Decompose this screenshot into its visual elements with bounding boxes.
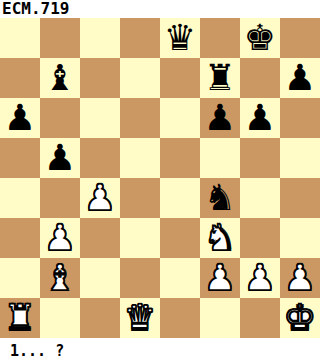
piece-white-rook[interactable]: ♜ [4,298,36,338]
piece-white-bishop[interactable]: ♝ [44,258,76,298]
square-g7[interactable] [240,58,280,98]
piece-white-pawn[interactable]: ♟ [244,258,276,298]
square-h3[interactable] [280,218,320,258]
square-e1[interactable] [160,298,200,338]
square-c1[interactable] [80,298,120,338]
square-h8[interactable] [280,18,320,58]
square-f3[interactable]: ♞ [200,218,240,258]
square-c8[interactable] [80,18,120,58]
piece-white-pawn[interactable]: ♟ [44,218,76,258]
square-b2[interactable]: ♝ [40,258,80,298]
square-a3[interactable] [0,218,40,258]
square-a2[interactable] [0,258,40,298]
piece-black-pawn[interactable]: ♟ [244,98,276,138]
piece-white-pawn[interactable]: ♟ [284,258,316,298]
square-b5[interactable]: ♟ [40,138,80,178]
square-f1[interactable] [200,298,240,338]
square-e2[interactable] [160,258,200,298]
piece-black-king[interactable]: ♚ [244,18,276,58]
square-d7[interactable] [120,58,160,98]
chess-board[interactable]: ♛♚♝♜♟♟♟♟♟♟♞♟♞♝♟♟♟♜♛♚ [0,18,320,338]
square-b8[interactable] [40,18,80,58]
move-prompt: 1... ? [0,338,320,360]
square-d8[interactable] [120,18,160,58]
square-a6[interactable]: ♟ [0,98,40,138]
square-e5[interactable] [160,138,200,178]
square-g3[interactable] [240,218,280,258]
square-b7[interactable]: ♝ [40,58,80,98]
square-g1[interactable] [240,298,280,338]
piece-black-queen[interactable]: ♛ [164,18,196,58]
chess-app-window: ECM.719 ♛♚♝♜♟♟♟♟♟♟♞♟♞♝♟♟♟♜♛♚ 1... ? [0,0,320,360]
square-b1[interactable] [40,298,80,338]
square-c2[interactable] [80,258,120,298]
square-d5[interactable] [120,138,160,178]
square-d1[interactable]: ♛ [120,298,160,338]
piece-black-pawn[interactable]: ♟ [284,58,316,98]
square-d4[interactable] [120,178,160,218]
piece-white-queen[interactable]: ♛ [124,298,156,338]
piece-white-pawn[interactable]: ♟ [84,178,116,218]
square-g6[interactable]: ♟ [240,98,280,138]
piece-black-pawn[interactable]: ♟ [4,98,36,138]
square-c3[interactable] [80,218,120,258]
square-a7[interactable] [0,58,40,98]
piece-black-bishop[interactable]: ♝ [44,58,76,98]
square-g8[interactable]: ♚ [240,18,280,58]
square-h4[interactable] [280,178,320,218]
square-e6[interactable] [160,98,200,138]
piece-black-pawn[interactable]: ♟ [204,98,236,138]
square-d6[interactable] [120,98,160,138]
square-b4[interactable] [40,178,80,218]
square-c6[interactable] [80,98,120,138]
square-f8[interactable] [200,18,240,58]
square-a5[interactable] [0,138,40,178]
square-e8[interactable]: ♛ [160,18,200,58]
square-h2[interactable]: ♟ [280,258,320,298]
square-h5[interactable] [280,138,320,178]
piece-white-king[interactable]: ♚ [284,298,316,338]
square-b6[interactable] [40,98,80,138]
square-e3[interactable] [160,218,200,258]
square-a1[interactable]: ♜ [0,298,40,338]
square-h7[interactable]: ♟ [280,58,320,98]
square-b3[interactable]: ♟ [40,218,80,258]
square-a4[interactable] [0,178,40,218]
square-f5[interactable] [200,138,240,178]
square-f2[interactable]: ♟ [200,258,240,298]
square-g4[interactable] [240,178,280,218]
square-g5[interactable] [240,138,280,178]
piece-white-pawn[interactable]: ♟ [204,258,236,298]
square-d2[interactable] [120,258,160,298]
piece-black-knight[interactable]: ♞ [204,178,236,218]
square-f6[interactable]: ♟ [200,98,240,138]
square-h6[interactable] [280,98,320,138]
square-g2[interactable]: ♟ [240,258,280,298]
square-h1[interactable]: ♚ [280,298,320,338]
piece-black-rook[interactable]: ♜ [204,58,236,98]
piece-black-pawn[interactable]: ♟ [44,138,76,178]
square-f4[interactable]: ♞ [200,178,240,218]
square-c4[interactable]: ♟ [80,178,120,218]
page-title: ECM.719 [0,0,320,18]
square-a8[interactable] [0,18,40,58]
square-e4[interactable] [160,178,200,218]
square-d3[interactable] [120,218,160,258]
square-e7[interactable] [160,58,200,98]
piece-white-knight[interactable]: ♞ [204,218,236,258]
square-c7[interactable] [80,58,120,98]
square-f7[interactable]: ♜ [200,58,240,98]
square-c5[interactable] [80,138,120,178]
